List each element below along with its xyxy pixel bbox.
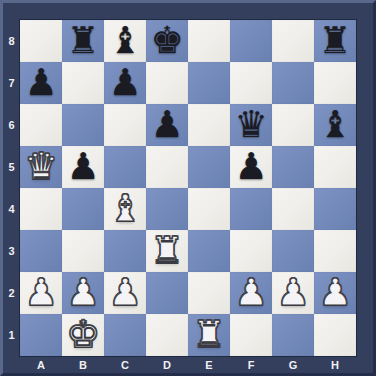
square-c8[interactable]: ♝ [104, 20, 146, 62]
square-b3[interactable] [62, 230, 104, 272]
rank-label-7: 7 [3, 62, 20, 104]
square-a8[interactable] [20, 20, 62, 62]
square-b8[interactable]: ♜ [62, 20, 104, 62]
square-b4[interactable] [62, 188, 104, 230]
piece-white-pawn-c2[interactable]: ♟ [108, 272, 141, 314]
square-d2[interactable] [146, 272, 188, 314]
square-h4[interactable] [314, 188, 356, 230]
square-h1[interactable] [314, 314, 356, 356]
piece-black-rook-h8[interactable]: ♜ [318, 20, 351, 62]
square-e6[interactable] [188, 104, 230, 146]
square-d7[interactable] [146, 62, 188, 104]
square-h5[interactable] [314, 146, 356, 188]
square-a3[interactable] [20, 230, 62, 272]
square-a7[interactable]: ♟ [20, 62, 62, 104]
square-d4[interactable] [146, 188, 188, 230]
square-c3[interactable] [104, 230, 146, 272]
piece-white-rook-d3[interactable]: ♜ [150, 230, 183, 272]
square-g4[interactable] [272, 188, 314, 230]
file-label-f: F [230, 356, 272, 373]
square-b5[interactable]: ♟ [62, 146, 104, 188]
piece-white-queen-a5[interactable]: ♛ [24, 146, 57, 188]
square-d5[interactable] [146, 146, 188, 188]
piece-black-rook-b8[interactable]: ♜ [66, 20, 99, 62]
square-f1[interactable] [230, 314, 272, 356]
square-d6[interactable]: ♟ [146, 104, 188, 146]
file-label-c: C [104, 356, 146, 373]
piece-white-pawn-g2[interactable]: ♟ [276, 272, 309, 314]
square-g8[interactable] [272, 20, 314, 62]
piece-white-rook-e1[interactable]: ♜ [192, 314, 225, 356]
piece-white-pawn-a2[interactable]: ♟ [24, 272, 57, 314]
square-e2[interactable] [188, 272, 230, 314]
square-a1[interactable] [20, 314, 62, 356]
rank-label-8: 8 [3, 20, 20, 62]
square-a5[interactable]: ♛ [20, 146, 62, 188]
piece-white-bishop-c4[interactable]: ♝ [108, 188, 141, 230]
piece-black-king-d8[interactable]: ♚ [150, 20, 183, 62]
rank-label-6: 6 [3, 104, 20, 146]
piece-black-pawn-b5[interactable]: ♟ [66, 146, 99, 188]
square-h3[interactable] [314, 230, 356, 272]
square-c5[interactable] [104, 146, 146, 188]
square-g7[interactable] [272, 62, 314, 104]
square-e4[interactable] [188, 188, 230, 230]
square-e5[interactable] [188, 146, 230, 188]
piece-white-pawn-f2[interactable]: ♟ [234, 272, 267, 314]
square-c4[interactable]: ♝ [104, 188, 146, 230]
square-f5[interactable]: ♟ [230, 146, 272, 188]
square-d1[interactable] [146, 314, 188, 356]
square-f3[interactable] [230, 230, 272, 272]
rank-label-3: 3 [3, 230, 20, 272]
rank-label-4: 4 [3, 188, 20, 230]
rank-label-2: 2 [3, 272, 20, 314]
square-h8[interactable]: ♜ [314, 20, 356, 62]
square-f7[interactable] [230, 62, 272, 104]
piece-black-bishop-h6[interactable]: ♝ [318, 104, 351, 146]
piece-white-pawn-b2[interactable]: ♟ [66, 272, 99, 314]
piece-black-pawn-c7[interactable]: ♟ [108, 62, 141, 104]
file-label-a: A [20, 356, 62, 373]
square-b1[interactable]: ♚ [62, 314, 104, 356]
square-g6[interactable] [272, 104, 314, 146]
piece-black-pawn-d6[interactable]: ♟ [150, 104, 183, 146]
chess-board: ♜♝♚♜♟♟♟♛♝♛♟♟♝♜♟♟♟♟♟♟♚♜ [20, 20, 356, 356]
square-h2[interactable]: ♟ [314, 272, 356, 314]
square-f8[interactable] [230, 20, 272, 62]
square-b7[interactable] [62, 62, 104, 104]
piece-black-pawn-f5[interactable]: ♟ [234, 146, 267, 188]
square-d3[interactable]: ♜ [146, 230, 188, 272]
square-c2[interactable]: ♟ [104, 272, 146, 314]
rank-labels: 87654321 [3, 20, 20, 356]
square-e7[interactable] [188, 62, 230, 104]
piece-black-pawn-a7[interactable]: ♟ [24, 62, 57, 104]
square-g2[interactable]: ♟ [272, 272, 314, 314]
square-a6[interactable] [20, 104, 62, 146]
piece-black-queen-f6[interactable]: ♛ [234, 104, 267, 146]
square-a2[interactable]: ♟ [20, 272, 62, 314]
square-f4[interactable] [230, 188, 272, 230]
square-e3[interactable] [188, 230, 230, 272]
file-label-g: G [272, 356, 314, 373]
chess-board-frame: 87654321 ♜♝♚♜♟♟♟♛♝♛♟♟♝♜♟♟♟♟♟♟♚♜ ABCDEFGH [0, 0, 376, 376]
square-e8[interactable] [188, 20, 230, 62]
piece-black-bishop-c8[interactable]: ♝ [108, 20, 141, 62]
file-label-e: E [188, 356, 230, 373]
file-labels: ABCDEFGH [20, 356, 356, 373]
square-c1[interactable] [104, 314, 146, 356]
square-a4[interactable] [20, 188, 62, 230]
board-layout: 87654321 ♜♝♚♜♟♟♟♛♝♛♟♟♝♜♟♟♟♟♟♟♚♜ ABCDEFGH [3, 3, 373, 373]
square-f6[interactable]: ♛ [230, 104, 272, 146]
piece-white-king-b1[interactable]: ♚ [66, 314, 99, 356]
square-f2[interactable]: ♟ [230, 272, 272, 314]
file-label-b: B [62, 356, 104, 373]
square-c6[interactable] [104, 104, 146, 146]
file-label-d: D [146, 356, 188, 373]
square-h6[interactable]: ♝ [314, 104, 356, 146]
square-c7[interactable]: ♟ [104, 62, 146, 104]
file-label-h: H [314, 356, 356, 373]
piece-white-pawn-h2[interactable]: ♟ [318, 272, 351, 314]
square-b6[interactable] [62, 104, 104, 146]
square-g5[interactable] [272, 146, 314, 188]
square-e1[interactable]: ♜ [188, 314, 230, 356]
square-g1[interactable] [272, 314, 314, 356]
square-d8[interactable]: ♚ [146, 20, 188, 62]
square-b2[interactable]: ♟ [62, 272, 104, 314]
rank-label-5: 5 [3, 146, 20, 188]
rank-label-1: 1 [3, 314, 20, 356]
square-g3[interactable] [272, 230, 314, 272]
square-h7[interactable] [314, 62, 356, 104]
